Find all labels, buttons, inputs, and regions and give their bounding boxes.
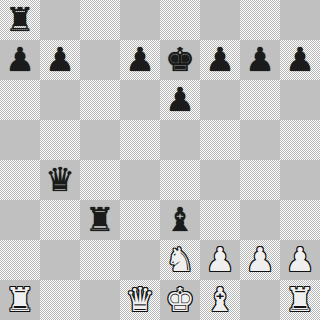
- black-pawn[interactable]: ♟: [160, 80, 200, 120]
- white-rook[interactable]: ♜: [0, 280, 40, 320]
- white-king[interactable]: ♚: [160, 280, 200, 320]
- square-a6[interactable]: [0, 80, 40, 120]
- square-f4[interactable]: [200, 160, 240, 200]
- square-f7[interactable]: ♟: [200, 40, 240, 80]
- square-b2[interactable]: [40, 240, 80, 280]
- white-pawn[interactable]: ♟: [280, 240, 320, 280]
- square-d8[interactable]: [120, 0, 160, 40]
- square-b6[interactable]: [40, 80, 80, 120]
- black-pawn[interactable]: ♟: [200, 40, 240, 80]
- square-g3[interactable]: [240, 200, 280, 240]
- square-g2[interactable]: ♟: [240, 240, 280, 280]
- square-c4[interactable]: [80, 160, 120, 200]
- black-rook[interactable]: ♜: [0, 0, 40, 40]
- square-d3[interactable]: [120, 200, 160, 240]
- square-c1[interactable]: [80, 280, 120, 320]
- square-e1[interactable]: ♚: [160, 280, 200, 320]
- square-h2[interactable]: ♟: [280, 240, 320, 280]
- square-b3[interactable]: [40, 200, 80, 240]
- square-a5[interactable]: [0, 120, 40, 160]
- black-rook[interactable]: ♜: [80, 200, 120, 240]
- square-a7[interactable]: ♟: [0, 40, 40, 80]
- white-rook[interactable]: ♜: [280, 280, 320, 320]
- chess-board: ♜♟♟♟♚♟♟♟♟♛♜♝♞♟♟♟♜♛♚♝♜: [0, 0, 320, 320]
- square-b7[interactable]: ♟: [40, 40, 80, 80]
- square-c5[interactable]: [80, 120, 120, 160]
- square-g7[interactable]: ♟: [240, 40, 280, 80]
- square-f8[interactable]: [200, 0, 240, 40]
- square-c2[interactable]: [80, 240, 120, 280]
- square-e7[interactable]: ♚: [160, 40, 200, 80]
- square-c7[interactable]: [80, 40, 120, 80]
- square-b8[interactable]: [40, 0, 80, 40]
- square-c8[interactable]: [80, 0, 120, 40]
- black-pawn[interactable]: ♟: [280, 40, 320, 80]
- square-d5[interactable]: [120, 120, 160, 160]
- square-a1[interactable]: ♜: [0, 280, 40, 320]
- square-h4[interactable]: [280, 160, 320, 200]
- square-h1[interactable]: ♜: [280, 280, 320, 320]
- square-a8[interactable]: ♜: [0, 0, 40, 40]
- square-d1[interactable]: ♛: [120, 280, 160, 320]
- square-g4[interactable]: [240, 160, 280, 200]
- square-c3[interactable]: ♜: [80, 200, 120, 240]
- square-f2[interactable]: ♟: [200, 240, 240, 280]
- square-e6[interactable]: ♟: [160, 80, 200, 120]
- square-a2[interactable]: [0, 240, 40, 280]
- white-knight[interactable]: ♞: [160, 240, 200, 280]
- white-queen[interactable]: ♛: [120, 280, 160, 320]
- square-b4[interactable]: ♛: [40, 160, 80, 200]
- black-pawn[interactable]: ♟: [40, 40, 80, 80]
- square-h7[interactable]: ♟: [280, 40, 320, 80]
- black-king[interactable]: ♚: [160, 40, 200, 80]
- square-f5[interactable]: [200, 120, 240, 160]
- square-a4[interactable]: [0, 160, 40, 200]
- white-pawn[interactable]: ♟: [200, 240, 240, 280]
- square-g8[interactable]: [240, 0, 280, 40]
- square-g6[interactable]: [240, 80, 280, 120]
- square-h6[interactable]: [280, 80, 320, 120]
- square-e4[interactable]: [160, 160, 200, 200]
- square-h5[interactable]: [280, 120, 320, 160]
- square-b5[interactable]: [40, 120, 80, 160]
- black-bishop[interactable]: ♝: [160, 200, 200, 240]
- square-f3[interactable]: [200, 200, 240, 240]
- square-h8[interactable]: [280, 0, 320, 40]
- black-pawn[interactable]: ♟: [240, 40, 280, 80]
- square-d6[interactable]: [120, 80, 160, 120]
- square-e5[interactable]: [160, 120, 200, 160]
- white-pawn[interactable]: ♟: [240, 240, 280, 280]
- square-e2[interactable]: ♞: [160, 240, 200, 280]
- square-b1[interactable]: [40, 280, 80, 320]
- square-h3[interactable]: [280, 200, 320, 240]
- square-g1[interactable]: [240, 280, 280, 320]
- square-e3[interactable]: ♝: [160, 200, 200, 240]
- black-queen[interactable]: ♛: [40, 160, 80, 200]
- square-f1[interactable]: ♝: [200, 280, 240, 320]
- white-bishop[interactable]: ♝: [200, 280, 240, 320]
- square-g5[interactable]: [240, 120, 280, 160]
- square-d2[interactable]: [120, 240, 160, 280]
- square-f6[interactable]: [200, 80, 240, 120]
- square-a3[interactable]: [0, 200, 40, 240]
- square-d7[interactable]: ♟: [120, 40, 160, 80]
- square-d4[interactable]: [120, 160, 160, 200]
- black-pawn[interactable]: ♟: [120, 40, 160, 80]
- square-c6[interactable]: [80, 80, 120, 120]
- black-pawn[interactable]: ♟: [0, 40, 40, 80]
- square-e8[interactable]: [160, 0, 200, 40]
